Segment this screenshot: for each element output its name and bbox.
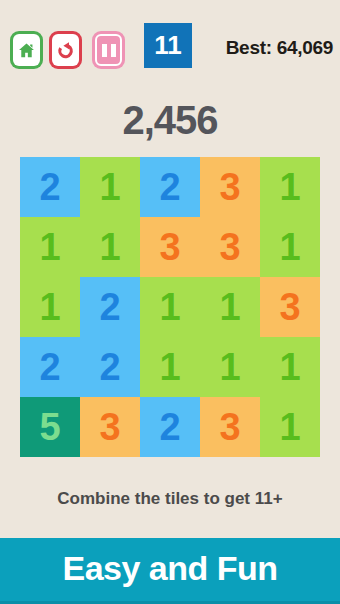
home-button[interactable] (10, 31, 43, 69)
restart-button[interactable] (49, 31, 82, 69)
tile-t-5[interactable]: 5 (20, 397, 80, 457)
tile-b-2[interactable]: 2 (140, 157, 200, 217)
tile-g-1[interactable]: 1 (260, 157, 320, 217)
tile-g-1[interactable]: 1 (80, 217, 140, 277)
tile-o-3[interactable]: 3 (140, 217, 200, 277)
tile-o-3[interactable]: 3 (200, 157, 260, 217)
tile-g-1[interactable]: 1 (200, 277, 260, 337)
tile-o-3[interactable]: 3 (260, 277, 320, 337)
target-tile-value: 11 (154, 30, 182, 61)
tile-g-1[interactable]: 1 (140, 277, 200, 337)
restart-icon (52, 34, 79, 66)
board: 2123111331121132211153231 (20, 157, 320, 457)
tile-g-1[interactable]: 1 (260, 397, 320, 457)
tile-o-3[interactable]: 3 (200, 397, 260, 457)
pause-icon (95, 34, 122, 66)
current-score: 2,456 (0, 98, 340, 143)
tile-g-1[interactable]: 1 (140, 337, 200, 397)
hint-text: Combine the tiles to get 11+ (0, 489, 340, 509)
promo-banner-text: Easy and Fun (62, 549, 277, 588)
tile-g-1[interactable]: 1 (20, 217, 80, 277)
tile-b-2[interactable]: 2 (80, 277, 140, 337)
pause-button[interactable] (92, 31, 125, 69)
tile-g-1[interactable]: 1 (260, 337, 320, 397)
promo-banner: Easy and Fun (0, 538, 340, 604)
best-score: Best: 64,069 (226, 37, 333, 59)
tile-g-1[interactable]: 1 (260, 217, 320, 277)
tile-o-3[interactable]: 3 (80, 397, 140, 457)
tile-g-1[interactable]: 1 (80, 157, 140, 217)
tile-b-2[interactable]: 2 (20, 157, 80, 217)
app-screen: 11 Best: 64,069 2,456 212311133112113221… (0, 0, 340, 604)
tile-g-1[interactable]: 1 (20, 277, 80, 337)
tile-o-3[interactable]: 3 (200, 217, 260, 277)
tile-b-2[interactable]: 2 (140, 397, 200, 457)
target-tile-badge: 11 (144, 23, 192, 68)
tile-b-2[interactable]: 2 (20, 337, 80, 397)
tile-b-2[interactable]: 2 (80, 337, 140, 397)
home-icon (13, 34, 40, 66)
tile-g-1[interactable]: 1 (200, 337, 260, 397)
